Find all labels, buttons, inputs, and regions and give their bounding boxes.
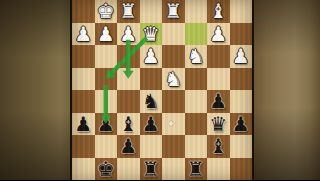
black-pawn[interactable]: ♟ — [74, 113, 92, 133]
square-e6[interactable]: ♟ — [140, 113, 163, 136]
square-b6[interactable]: ♛ — [207, 113, 230, 136]
square-h8[interactable] — [72, 158, 95, 181]
square-h3[interactable] — [72, 45, 95, 68]
square-c8[interactable]: ♜ — [185, 158, 208, 181]
square-e5[interactable]: ♞ — [140, 90, 163, 113]
square-a6[interactable]: ♟ — [230, 113, 253, 136]
square-b2[interactable]: ♟ — [207, 23, 230, 46]
black-pawn[interactable]: ♟ — [209, 91, 227, 111]
square-d6[interactable] — [162, 113, 185, 136]
square-c7[interactable] — [185, 135, 208, 158]
square-f3[interactable] — [117, 45, 140, 68]
square-h7[interactable] — [72, 135, 95, 158]
square-e7[interactable] — [140, 135, 163, 158]
background-left-blur — [0, 0, 70, 180]
white-pawn[interactable]: ♟ — [142, 46, 160, 66]
square-d4[interactable]: ♞ — [162, 68, 185, 91]
square-c5[interactable] — [185, 90, 208, 113]
square-c3[interactable]: ♞ — [185, 45, 208, 68]
square-g6[interactable]: ♟ — [95, 113, 118, 136]
square-b4[interactable] — [207, 68, 230, 91]
square-b8[interactable] — [207, 158, 230, 181]
square-b3[interactable] — [207, 45, 230, 68]
square-a8[interactable] — [230, 158, 253, 181]
board[interactable]: ♚♜♜♝♟♟♟♛♟♟♞♟♞♞♟♟♟♝♟♛♟♟♝♚♜♜ — [72, 0, 252, 180]
white-bishop[interactable]: ♝ — [209, 1, 227, 21]
black-bishop[interactable]: ♝ — [209, 136, 227, 156]
square-g8[interactable]: ♚ — [95, 158, 118, 181]
black-knight[interactable]: ♞ — [142, 91, 160, 111]
black-pawn[interactable]: ♟ — [232, 113, 250, 133]
square-b7[interactable]: ♝ — [207, 135, 230, 158]
square-e3[interactable]: ♟ — [140, 45, 163, 68]
black-pawn[interactable]: ♟ — [97, 113, 115, 133]
white-pawn[interactable]: ♟ — [119, 23, 137, 43]
square-b5[interactable]: ♟ — [207, 90, 230, 113]
square-h4[interactable] — [72, 68, 95, 91]
black-queen[interactable]: ♛ — [209, 113, 227, 133]
black-pawn[interactable]: ♟ — [142, 113, 160, 133]
white-rook[interactable]: ♜ — [119, 1, 137, 21]
square-g2[interactable]: ♟ — [95, 23, 118, 46]
board-edge-right — [252, 0, 254, 180]
square-c1[interactable] — [185, 0, 208, 23]
square-h6[interactable]: ♟ — [72, 113, 95, 136]
square-e4[interactable] — [140, 68, 163, 91]
white-pawn[interactable]: ♟ — [97, 23, 115, 43]
square-f1[interactable]: ♜ — [117, 0, 140, 23]
square-b1[interactable]: ♝ — [207, 0, 230, 23]
square-a2[interactable] — [230, 23, 253, 46]
square-e1[interactable] — [140, 0, 163, 23]
square-f7[interactable]: ♟ — [117, 135, 140, 158]
square-c2[interactable] — [185, 23, 208, 46]
square-h2[interactable]: ♟ — [72, 23, 95, 46]
background-right-blur — [254, 0, 320, 180]
black-rook[interactable]: ♜ — [142, 158, 160, 178]
square-d3[interactable] — [162, 45, 185, 68]
square-a1[interactable] — [230, 0, 253, 23]
square-g1[interactable]: ♚ — [95, 0, 118, 23]
square-h1[interactable] — [72, 0, 95, 23]
white-rook[interactable]: ♜ — [164, 1, 182, 21]
square-f6[interactable]: ♝ — [117, 113, 140, 136]
square-a4[interactable] — [230, 68, 253, 91]
white-pawn[interactable]: ♟ — [232, 46, 250, 66]
square-f5[interactable] — [117, 90, 140, 113]
black-bishop[interactable]: ♝ — [119, 113, 137, 133]
square-g7[interactable] — [95, 135, 118, 158]
square-c4[interactable] — [185, 68, 208, 91]
square-e2[interactable]: ♛ — [140, 23, 163, 46]
square-h5[interactable] — [72, 90, 95, 113]
square-e8[interactable]: ♜ — [140, 158, 163, 181]
square-d2[interactable] — [162, 23, 185, 46]
white-pawn[interactable]: ♟ — [74, 23, 92, 43]
white-king[interactable]: ♚ — [97, 1, 115, 21]
white-queen[interactable]: ♛ — [142, 23, 160, 43]
move-indicator-dot — [169, 121, 173, 126]
chess-video-frame: ♚♜♜♝♟♟♟♛♟♟♞♟♞♞♟♟♟♝♟♛♟♟♝♚♜♜ — [0, 0, 320, 180]
square-f2[interactable]: ♟ — [117, 23, 140, 46]
black-king[interactable]: ♚ — [97, 158, 115, 178]
square-a3[interactable]: ♟ — [230, 45, 253, 68]
square-f8[interactable] — [117, 158, 140, 181]
square-d1[interactable]: ♜ — [162, 0, 185, 23]
black-pawn[interactable]: ♟ — [119, 136, 137, 156]
white-knight[interactable]: ♞ — [164, 68, 182, 88]
square-f4[interactable] — [117, 68, 140, 91]
square-a5[interactable] — [230, 90, 253, 113]
square-d8[interactable] — [162, 158, 185, 181]
square-g4[interactable] — [95, 68, 118, 91]
square-c6[interactable] — [185, 113, 208, 136]
square-d7[interactable] — [162, 135, 185, 158]
black-rook[interactable]: ♜ — [187, 158, 205, 178]
white-pawn[interactable]: ♟ — [209, 23, 227, 43]
square-a7[interactable] — [230, 135, 253, 158]
square-g5[interactable] — [95, 90, 118, 113]
square-d5[interactable] — [162, 90, 185, 113]
square-g3[interactable] — [95, 45, 118, 68]
white-knight[interactable]: ♞ — [187, 46, 205, 66]
